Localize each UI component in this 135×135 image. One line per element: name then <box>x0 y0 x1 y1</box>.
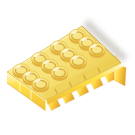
stud-center <box>74 33 81 38</box>
stud-center <box>47 63 54 68</box>
stud-center <box>28 75 35 80</box>
stud <box>89 43 106 58</box>
stud-center <box>84 40 91 45</box>
stud-center <box>37 56 44 61</box>
stud-center <box>38 82 45 87</box>
stud <box>32 78 49 93</box>
stud-center <box>94 47 101 52</box>
stud-center <box>56 45 63 50</box>
stud <box>51 66 68 81</box>
stud-center <box>75 59 82 64</box>
stud-center <box>56 70 63 75</box>
lego-part-photo <box>0 0 135 135</box>
stud <box>70 55 87 70</box>
stud-center <box>18 68 25 73</box>
stud-center <box>65 52 72 57</box>
image-canvas <box>0 0 135 135</box>
